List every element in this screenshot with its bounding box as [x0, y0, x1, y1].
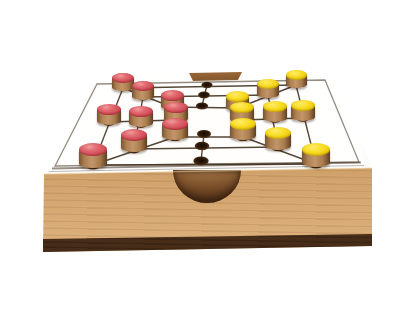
peg-red-b4[interactable]	[129, 106, 154, 127]
peg-cap-yellow	[230, 118, 256, 130]
peg-red-c3[interactable]	[162, 118, 188, 140]
peg-red-b6[interactable]	[132, 81, 154, 100]
peg-yellow-f4[interactable]	[263, 101, 287, 122]
peg-red-b2[interactable]	[121, 129, 148, 152]
pieces-layer	[0, 0, 416, 312]
peg-red-a4[interactable]	[97, 104, 121, 125]
peg-cap-red	[161, 90, 184, 101]
peg-red-a1[interactable]	[79, 143, 107, 168]
peg-cap-yellow	[226, 91, 249, 102]
peg-yellow-f6[interactable]	[257, 79, 279, 98]
peg-yellow-g1[interactable]	[302, 143, 330, 168]
peg-yellow-f2[interactable]	[265, 127, 292, 150]
peg-cap-yellow	[286, 70, 307, 80]
peg-cap-red	[162, 118, 188, 130]
morris-board-photo	[0, 0, 416, 312]
peg-yellow-g4[interactable]	[291, 100, 315, 121]
peg-yellow-e3[interactable]	[230, 118, 256, 140]
peg-cap-yellow	[302, 143, 330, 156]
peg-yellow-g7[interactable]	[286, 70, 307, 88]
peg-cap-red	[112, 73, 133, 83]
peg-red-a7[interactable]	[112, 73, 133, 91]
